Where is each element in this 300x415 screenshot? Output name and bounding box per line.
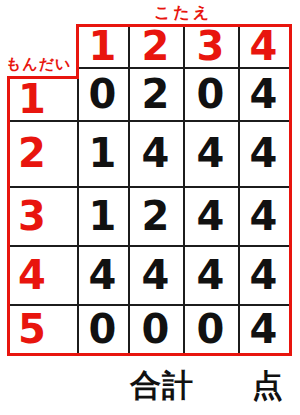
grid-cell-r1c3: 0 bbox=[183, 67, 238, 120]
grid-cell-r4c4: 4 bbox=[238, 245, 289, 304]
answer-col-header: 1 bbox=[77, 24, 128, 67]
grid-cell-r2c2: 4 bbox=[128, 120, 183, 186]
grid-line-v3 bbox=[238, 24, 240, 353]
grid-line-h1 bbox=[9, 120, 289, 122]
grid-cell-r1c2: 2 bbox=[128, 67, 183, 120]
grid-cell-r5c4: 4 bbox=[238, 304, 289, 353]
grid-line-v1 bbox=[128, 24, 130, 353]
grid-cell-r3c4: 4 bbox=[238, 186, 289, 245]
problem-row-header: 5 bbox=[9, 304, 77, 353]
border-right bbox=[289, 24, 292, 356]
problem-row-header: 2 bbox=[9, 120, 77, 186]
grid-cell-r2c3: 4 bbox=[183, 120, 238, 186]
grid-cell-r5c3: 0 bbox=[183, 304, 238, 353]
grid-cell-r2c1: 1 bbox=[77, 120, 128, 186]
grid-cell-r3c2: 2 bbox=[128, 186, 183, 245]
grid-cell-r4c3: 4 bbox=[183, 245, 238, 304]
border-top bbox=[76, 24, 292, 27]
grid-line-h2 bbox=[9, 186, 289, 188]
grid-line-h3 bbox=[9, 245, 289, 247]
grid-cell-r1c1: 0 bbox=[77, 67, 128, 120]
grid-line-h4 bbox=[9, 304, 289, 306]
grid-cell-r2c4: 4 bbox=[238, 120, 289, 186]
grid-line-v-rowhead bbox=[77, 67, 79, 353]
grid-cell-r1c4: 4 bbox=[238, 67, 289, 120]
problem-header-column: 1 2 3 4 5 bbox=[9, 77, 77, 353]
problem-row-header: 4 bbox=[9, 245, 77, 304]
grid-cell-r4c2: 4 bbox=[128, 245, 183, 304]
answer-col-header: 3 bbox=[183, 24, 238, 67]
points-label: 点 bbox=[252, 365, 283, 407]
problem-row-header: 3 bbox=[9, 186, 77, 245]
border-step-horizontal bbox=[7, 76, 79, 79]
grid-cell-r3c3: 4 bbox=[183, 186, 238, 245]
grid-line-v2 bbox=[183, 24, 185, 353]
answer-col-header: 4 bbox=[238, 24, 289, 67]
total-label: 合計 bbox=[130, 365, 194, 407]
border-left bbox=[7, 76, 10, 356]
quiz-score-sheet: こたえ もんだい 合計 点 1 2 3 4 0 2 0 4 1 4 4 4 1 … bbox=[0, 0, 300, 415]
border-step-vertical bbox=[76, 24, 79, 79]
grid-cell-r5c2: 0 bbox=[128, 304, 183, 353]
grid-cell-r4c1: 4 bbox=[77, 245, 128, 304]
grid-cell-r5c1: 0 bbox=[77, 304, 128, 353]
border-bottom bbox=[7, 353, 292, 356]
problem-row-header: 1 bbox=[9, 77, 77, 120]
answers-label: こたえ bbox=[77, 3, 289, 24]
grid-cell-r3c1: 1 bbox=[77, 186, 128, 245]
problems-label: もんだい bbox=[6, 55, 71, 74]
answer-col-header: 2 bbox=[128, 24, 183, 67]
